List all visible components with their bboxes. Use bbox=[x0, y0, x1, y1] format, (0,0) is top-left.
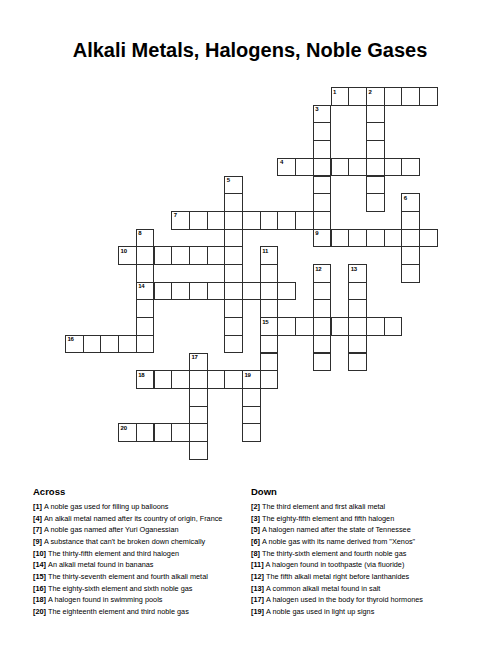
grid-cell-r3c14[interactable] bbox=[313, 140, 332, 159]
clue-text: The thirty-fifth element and third halog… bbox=[48, 549, 179, 558]
grid-cell-r11c12[interactable] bbox=[277, 282, 296, 301]
grid-cell-r16c11[interactable] bbox=[260, 370, 279, 389]
clue-text: A common alkali metal found in salt bbox=[266, 584, 380, 593]
grid-cell-r17c7[interactable] bbox=[189, 388, 208, 407]
grid-cell-r0c20[interactable] bbox=[419, 87, 438, 106]
clue-number-label: [12] bbox=[251, 572, 266, 581]
across-clue-1: [1] A noble gas used for filling up ball… bbox=[33, 501, 222, 513]
grid-cell-r11c8[interactable] bbox=[207, 282, 226, 301]
grid-cell-r7c7[interactable] bbox=[189, 211, 208, 230]
grid-cell-r14c0[interactable]: 16 bbox=[65, 335, 84, 354]
grid-cell-r13c18[interactable] bbox=[384, 317, 403, 336]
grid-cell-r11c14[interactable] bbox=[313, 282, 332, 301]
grid-cell-r14c3[interactable] bbox=[118, 335, 137, 354]
grid-cell-r6c17[interactable] bbox=[366, 193, 385, 212]
grid-cell-r7c9[interactable] bbox=[224, 211, 243, 230]
down-clues-section: Down [2] The third element and first alk… bbox=[251, 487, 423, 618]
down-clue-5: [5] A halogen named after the state of T… bbox=[251, 524, 423, 536]
clue-number-label: [19] bbox=[251, 607, 266, 616]
grid-cell-r6c19[interactable]: 6 bbox=[401, 193, 420, 212]
grid-cell-r10c16[interactable]: 13 bbox=[348, 264, 367, 283]
grid-cell-r4c14[interactable] bbox=[313, 158, 332, 177]
clue-number-label: [7] bbox=[33, 525, 44, 534]
down-clue-3: [3] The eighty-fifth element and fifth h… bbox=[251, 513, 423, 525]
grid-cell-r0c18[interactable] bbox=[384, 87, 403, 106]
grid-cell-r4c12[interactable]: 4 bbox=[277, 158, 296, 177]
grid-cell-r0c19[interactable] bbox=[401, 87, 420, 106]
down-clue-19: [19] A noble gas used in light up signs bbox=[251, 606, 423, 618]
clue-number-label: [16] bbox=[33, 584, 48, 593]
grid-cell-r7c12[interactable] bbox=[277, 211, 296, 230]
grid-cell-r4c15[interactable] bbox=[331, 158, 350, 177]
grid-cell-r5c17[interactable] bbox=[366, 176, 385, 195]
grid-cell-r10c14[interactable]: 12 bbox=[313, 264, 332, 283]
clue-text: The thirty-seventh element and fourth al… bbox=[48, 572, 208, 581]
clue-text: A halogen used in the body for thyroid h… bbox=[266, 595, 423, 604]
grid-cell-r11c6[interactable] bbox=[171, 282, 190, 301]
grid-cell-r8c15[interactable] bbox=[331, 229, 350, 248]
grid-cell-r0c17[interactable]: 2 bbox=[366, 87, 385, 106]
clue-text: The eighteenth element and third noble g… bbox=[48, 607, 189, 616]
clue-number-label: [10] bbox=[33, 549, 48, 558]
grid-cell-r7c14[interactable] bbox=[313, 211, 332, 230]
clue-number-label: [6] bbox=[251, 537, 262, 546]
cell-number: 16 bbox=[68, 336, 74, 343]
across-clue-10: [10] The thirty-fifth element and third … bbox=[33, 548, 222, 560]
clue-text: A substance that can't be broken down ch… bbox=[44, 537, 205, 546]
grid-cell-r11c11[interactable] bbox=[260, 282, 279, 301]
grid-cell-r19c6[interactable] bbox=[171, 423, 190, 442]
grid-cell-r1c17[interactable] bbox=[366, 105, 385, 124]
clue-text: A noble gas used in light up signs bbox=[266, 607, 374, 616]
across-clue-15: [15] The thirty-seventh element and four… bbox=[33, 571, 222, 583]
grid-cell-r16c7[interactable] bbox=[189, 370, 208, 389]
down-clue-17: [17] A halogen used in the body for thyr… bbox=[251, 594, 423, 606]
grid-cell-r13c15[interactable] bbox=[331, 317, 350, 336]
grid-cell-r13c9[interactable] bbox=[224, 317, 243, 336]
clue-number-label: [9] bbox=[33, 537, 44, 546]
down-clue-6: [6] A noble gas with its name derived fr… bbox=[251, 536, 423, 548]
grid-cell-r8c18[interactable] bbox=[384, 229, 403, 248]
across-clue-list: [1] A noble gas used for filling up ball… bbox=[33, 501, 222, 618]
grid-cell-r6c9[interactable] bbox=[224, 193, 243, 212]
clue-number-label: [11] bbox=[251, 560, 266, 569]
down-header: Down bbox=[251, 487, 423, 497]
cell-number: 17 bbox=[191, 354, 197, 361]
clue-text: A halogen found in swimming pools bbox=[48, 595, 162, 604]
across-clue-18: [18] A halogen found in swimming pools bbox=[33, 594, 222, 606]
clue-text: The thirty-sixth element and fourth nobl… bbox=[262, 549, 406, 558]
across-clues-section: Across [1] A noble gas used for filling … bbox=[33, 487, 222, 618]
grid-cell-r0c16[interactable] bbox=[348, 87, 367, 106]
grid-cell-r12c4[interactable] bbox=[136, 299, 155, 318]
grid-cell-r6c14[interactable] bbox=[313, 193, 332, 212]
grid-cell-r14c2[interactable] bbox=[100, 335, 119, 354]
grid-cell-r12c11[interactable] bbox=[260, 299, 279, 318]
grid-cell-r4c17[interactable] bbox=[366, 158, 385, 177]
grid-cell-r2c14[interactable] bbox=[313, 122, 332, 141]
clue-number-label: [18] bbox=[33, 595, 48, 604]
grid-cell-r11c16[interactable] bbox=[348, 282, 367, 301]
crossword-grid: 1234567891011121314151617181920 bbox=[65, 87, 437, 459]
grid-cell-r13c12[interactable] bbox=[277, 317, 296, 336]
cell-number: 5 bbox=[227, 177, 230, 184]
clue-number-label: [14] bbox=[33, 560, 48, 569]
grid-cell-r13c13[interactable] bbox=[295, 317, 314, 336]
down-clue-2: [2] The third element and first alkali m… bbox=[251, 501, 423, 513]
grid-cell-r19c4[interactable] bbox=[136, 423, 155, 442]
cell-number: 19 bbox=[245, 372, 251, 379]
grid-cell-r8c19[interactable] bbox=[401, 229, 420, 248]
clue-text: An alkali metal found in bananas bbox=[48, 560, 153, 569]
across-clue-9: [9] A substance that can't be broken dow… bbox=[33, 536, 222, 548]
grid-cell-r15c7[interactable]: 17 bbox=[189, 353, 208, 372]
down-clue-13: [13] A common alkali metal found in salt bbox=[251, 583, 423, 595]
cell-number: 12 bbox=[315, 266, 321, 273]
clue-text: The eighty-fifth element and fifth halog… bbox=[262, 514, 394, 523]
grid-cell-r7c8[interactable] bbox=[207, 211, 226, 230]
clue-number-label: [20] bbox=[33, 607, 48, 616]
grid-cell-r19c3[interactable]: 20 bbox=[118, 423, 137, 442]
clue-text: An alkali metal named after its country … bbox=[44, 514, 222, 523]
down-clue-list: [2] The third element and first alkali m… bbox=[251, 501, 423, 618]
clue-number-label: [17] bbox=[251, 595, 266, 604]
grid-cell-r2c17[interactable] bbox=[366, 122, 385, 141]
grid-cell-r15c16[interactable] bbox=[348, 353, 367, 372]
grid-cell-r18c10[interactable] bbox=[242, 406, 261, 425]
grid-cell-r19c5[interactable] bbox=[154, 423, 173, 442]
grid-cell-r15c11[interactable] bbox=[260, 353, 279, 372]
grid-cell-r8c20[interactable] bbox=[419, 229, 438, 248]
grid-cell-r14c14[interactable] bbox=[313, 335, 332, 354]
grid-cell-r9c4[interactable] bbox=[136, 246, 155, 265]
clue-text: A noble gas used for filling up balloons bbox=[44, 502, 169, 511]
cell-number: 1 bbox=[333, 89, 336, 96]
grid-cell-r10c4[interactable] bbox=[136, 264, 155, 283]
grid-cell-r4c13[interactable] bbox=[295, 158, 314, 177]
grid-cell-r17c10[interactable] bbox=[242, 388, 261, 407]
grid-cell-r19c10[interactable] bbox=[242, 423, 261, 442]
cell-number: 11 bbox=[262, 248, 268, 255]
down-clue-12: [12] The fifth alkali metal right before… bbox=[251, 571, 423, 583]
grid-cell-r11c10[interactable] bbox=[242, 282, 261, 301]
clue-text: The eighty-sixth element and sixth noble… bbox=[48, 584, 192, 593]
grid-cell-r14c11[interactable] bbox=[260, 335, 279, 354]
grid-cell-r9c11[interactable]: 11 bbox=[260, 246, 279, 265]
grid-cell-r5c14[interactable] bbox=[313, 176, 332, 195]
grid-cell-r10c19[interactable] bbox=[401, 264, 420, 283]
grid-cell-r8c4[interactable]: 8 bbox=[136, 229, 155, 248]
grid-cell-r10c9[interactable] bbox=[224, 264, 243, 283]
clue-number-label: [4] bbox=[33, 514, 44, 523]
grid-cell-r4c18[interactable] bbox=[384, 158, 403, 177]
cell-number: 9 bbox=[315, 230, 318, 237]
grid-cell-r4c19[interactable] bbox=[401, 158, 420, 177]
grid-cell-r11c5[interactable] bbox=[154, 282, 173, 301]
grid-cell-r16c8[interactable] bbox=[207, 370, 226, 389]
grid-cell-r13c17[interactable] bbox=[366, 317, 385, 336]
grid-cell-r16c6[interactable] bbox=[171, 370, 190, 389]
cell-number: 6 bbox=[404, 195, 407, 202]
cell-number: 14 bbox=[138, 283, 144, 290]
cell-number: 8 bbox=[138, 230, 141, 237]
cell-number: 15 bbox=[262, 319, 268, 326]
grid-cell-r0c15[interactable]: 1 bbox=[331, 87, 350, 106]
grid-cell-r9c9[interactable] bbox=[224, 246, 243, 265]
grid-cell-r12c14[interactable] bbox=[313, 299, 332, 318]
cell-number: 4 bbox=[280, 159, 283, 166]
grid-cell-r5c9[interactable]: 5 bbox=[224, 176, 243, 195]
grid-cell-r12c9[interactable] bbox=[224, 299, 243, 318]
cell-number: 7 bbox=[174, 212, 177, 219]
grid-cell-r8c14[interactable]: 9 bbox=[313, 229, 332, 248]
down-clue-11: [11] A halogen found in toothpaste (via … bbox=[251, 559, 423, 571]
grid-cell-r7c6[interactable]: 7 bbox=[171, 211, 190, 230]
cell-number: 13 bbox=[351, 266, 357, 273]
grid-cell-r7c10[interactable] bbox=[242, 211, 261, 230]
across-header: Across bbox=[33, 487, 222, 497]
grid-cell-r11c4[interactable]: 14 bbox=[136, 282, 155, 301]
down-clue-8: [8] The thirty-sixth element and fourth … bbox=[251, 548, 423, 560]
grid-cell-r8c16[interactable] bbox=[348, 229, 367, 248]
grid-cell-r9c19[interactable] bbox=[401, 246, 420, 265]
grid-cell-r13c14[interactable] bbox=[313, 317, 332, 336]
grid-cell-r14c4[interactable] bbox=[136, 335, 155, 354]
cell-number: 10 bbox=[121, 248, 127, 255]
clue-text: A halogen found in toothpaste (via fluor… bbox=[266, 560, 405, 569]
grid-cell-r8c9[interactable] bbox=[224, 229, 243, 248]
grid-cell-r13c4[interactable] bbox=[136, 317, 155, 336]
grid-cell-r16c9[interactable] bbox=[224, 370, 243, 389]
grid-cell-r9c5[interactable] bbox=[154, 246, 173, 265]
cell-number: 20 bbox=[121, 425, 127, 432]
across-clue-7: [7] A noble gas named after Yuri Oganess… bbox=[33, 524, 222, 536]
across-clue-4: [4] An alkali metal named after its coun… bbox=[33, 513, 222, 525]
clue-number-label: [15] bbox=[33, 572, 48, 581]
grid-cell-r13c11[interactable]: 15 bbox=[260, 317, 279, 336]
clue-text: The third element and first alkali metal bbox=[262, 502, 385, 511]
clue-text: A halogen named after the state of Tenne… bbox=[262, 525, 411, 534]
grid-cell-r13c16[interactable] bbox=[348, 317, 367, 336]
clue-number-label: [3] bbox=[251, 514, 262, 523]
grid-cell-r12c16[interactable] bbox=[348, 299, 367, 318]
clue-number-label: [2] bbox=[251, 502, 262, 511]
grid-cell-r4c16[interactable] bbox=[348, 158, 367, 177]
across-clue-16: [16] The eighty-sixth element and sixth … bbox=[33, 583, 222, 595]
cell-number: 2 bbox=[368, 89, 371, 96]
clue-number-label: [8] bbox=[251, 549, 262, 558]
grid-cell-r7c13[interactable] bbox=[295, 211, 314, 230]
cell-number: 18 bbox=[138, 372, 144, 379]
grid-cell-r1c14[interactable]: 3 bbox=[313, 105, 332, 124]
clue-number-label: [13] bbox=[251, 584, 266, 593]
grid-cell-r9c3[interactable]: 10 bbox=[118, 246, 137, 265]
grid-cell-r16c10[interactable]: 19 bbox=[242, 370, 261, 389]
grid-cell-r15c14[interactable] bbox=[313, 353, 332, 372]
cell-number: 3 bbox=[315, 106, 318, 113]
grid-cell-r14c9[interactable] bbox=[224, 335, 243, 354]
grid-cell-r18c7[interactable] bbox=[189, 406, 208, 425]
grid-cell-r20c7[interactable] bbox=[189, 441, 208, 460]
grid-cell-r7c11[interactable] bbox=[260, 211, 279, 230]
crossword-page: Alkali Metals, Halogens, Noble Gases 123… bbox=[0, 0, 500, 647]
grid-cell-r9c7[interactable] bbox=[189, 246, 208, 265]
grid-cell-r16c5[interactable] bbox=[154, 370, 173, 389]
grid-cell-r3c17[interactable] bbox=[366, 140, 385, 159]
page-title: Alkali Metals, Halogens, Noble Gases bbox=[0, 39, 500, 62]
grid-cell-r16c4[interactable]: 18 bbox=[136, 370, 155, 389]
grid-cell-r11c9[interactable] bbox=[224, 282, 243, 301]
grid-cell-r9c6[interactable] bbox=[171, 246, 190, 265]
grid-cell-r11c7[interactable] bbox=[189, 282, 208, 301]
clue-text: A noble gas with its name derived from "… bbox=[262, 537, 415, 546]
clue-number-label: [5] bbox=[251, 525, 262, 534]
grid-cell-r10c11[interactable] bbox=[260, 264, 279, 283]
clue-number-label: [1] bbox=[33, 502, 44, 511]
clue-text: A noble gas named after Yuri Oganessian bbox=[44, 525, 179, 534]
grid-cell-r8c17[interactable] bbox=[366, 229, 385, 248]
grid-cell-r7c19[interactable] bbox=[401, 211, 420, 230]
clue-text: The fifth alkali metal right before lant… bbox=[266, 572, 409, 581]
grid-cell-r9c8[interactable] bbox=[207, 246, 226, 265]
grid-cell-r19c7[interactable] bbox=[189, 423, 208, 442]
across-clue-14: [14] An alkali metal found in bananas bbox=[33, 559, 222, 571]
grid-cell-r14c16[interactable] bbox=[348, 335, 367, 354]
grid-cell-r14c1[interactable] bbox=[83, 335, 102, 354]
across-clue-20: [20] The eighteenth element and third no… bbox=[33, 606, 222, 618]
